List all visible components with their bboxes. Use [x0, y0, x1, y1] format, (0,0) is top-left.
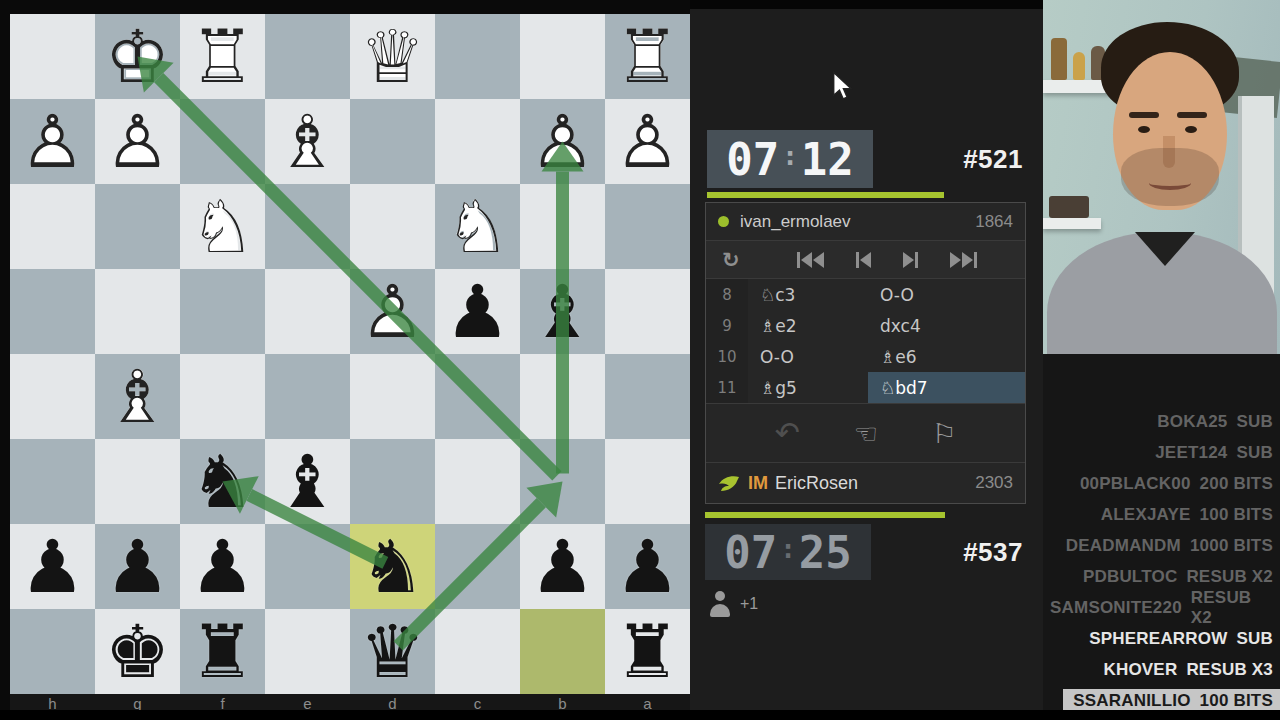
credit-row: DEADMANDM1000 BITS	[1040, 530, 1280, 561]
square-b7[interactable]: ♟	[520, 524, 605, 609]
black-piece-h7[interactable]: ♟	[10, 524, 95, 609]
square-e8[interactable]	[265, 609, 350, 694]
online-indicator-icon	[718, 216, 729, 227]
credit-detail: RESUB X2	[1191, 588, 1273, 628]
square-g5[interactable]: ♝♗	[95, 354, 180, 439]
square-h1[interactable]	[10, 14, 95, 99]
clock-progress-bar-bottom	[705, 512, 945, 518]
credit-row: 00PBLACK00200 BITS	[1040, 468, 1280, 499]
bottom-letterbox	[0, 710, 1280, 720]
square-e6[interactable]: ♝	[265, 439, 350, 524]
player-rating: 2303	[975, 473, 1013, 493]
game-number-bottom: #537	[963, 537, 1023, 568]
sub-bits-credits-list: BOKA25SUBJEET124SUB00PBLACK00200 BITSALE…	[1040, 406, 1280, 716]
credit-detail: RESUB X3	[1186, 660, 1273, 680]
webcam-video	[1043, 0, 1280, 354]
white-piece-f3[interactable]: ♞♘	[180, 184, 265, 269]
white-piece-a2[interactable]: ♟♙	[605, 99, 690, 184]
clock-progress-bar-top	[707, 192, 944, 198]
black-piece-f6[interactable]: ♞	[180, 439, 265, 524]
square-b3[interactable]	[520, 184, 605, 269]
square-h7[interactable]: ♟	[10, 524, 95, 609]
credit-username: KHOVER	[1103, 660, 1177, 680]
credit-detail: 1000 BITS	[1190, 536, 1273, 556]
credit-username: ALEXJAYE	[1101, 505, 1191, 525]
black-piece-d7[interactable]: ♞	[350, 524, 435, 609]
square-b1[interactable]	[520, 14, 605, 99]
square-g7[interactable]: ♟	[95, 524, 180, 609]
black-piece-g7[interactable]: ♟	[95, 524, 180, 609]
square-h8[interactable]	[10, 609, 95, 694]
square-f5[interactable]	[180, 354, 265, 439]
credit-detail: SUB	[1237, 443, 1274, 463]
square-e7[interactable]	[265, 524, 350, 609]
square-c8[interactable]	[435, 609, 520, 694]
square-g3[interactable]	[95, 184, 180, 269]
player-clock: 07:25	[705, 524, 871, 580]
square-a4[interactable]	[605, 269, 690, 354]
white-piece-g5[interactable]: ♝♗	[95, 354, 180, 439]
spectator-count-label: +1	[740, 595, 758, 613]
square-f8[interactable]: ♜	[180, 609, 265, 694]
square-d7[interactable]: ♞	[350, 524, 435, 609]
white-piece-c3[interactable]: ♞♘	[435, 184, 520, 269]
game-number-top: #521	[963, 144, 1023, 175]
square-g6[interactable]	[95, 439, 180, 524]
credit-detail: 100 BITS	[1200, 691, 1273, 711]
trophy	[1073, 52, 1085, 80]
first-move-button[interactable]	[797, 252, 824, 268]
credit-row: ALEXJAYE100 BITS	[1040, 499, 1280, 530]
square-g2[interactable]: ♟♙	[95, 99, 180, 184]
white-piece-b2[interactable]: ♟♙	[520, 99, 605, 184]
square-e4[interactable]	[265, 269, 350, 354]
credit-detail: 200 BITS	[1200, 474, 1273, 494]
square-a2[interactable]: ♟♙	[605, 99, 690, 184]
square-c2[interactable]	[435, 99, 520, 184]
square-e1[interactable]	[265, 14, 350, 99]
black-piece-f8[interactable]: ♜	[180, 609, 265, 694]
patron-wing-icon	[718, 475, 740, 492]
square-c4[interactable]: ♟	[435, 269, 520, 354]
player-name[interactable]: EricRosen	[775, 473, 858, 494]
black-move[interactable]: O-O	[868, 279, 1025, 310]
shelf	[1043, 218, 1101, 229]
square-a3[interactable]	[605, 184, 690, 269]
square-h5[interactable]	[10, 354, 95, 439]
credit-detail: SUB	[1237, 412, 1274, 432]
square-d4[interactable]: ♟♙	[350, 269, 435, 354]
credit-detail: 100 BITS	[1200, 505, 1273, 525]
square-c6[interactable]	[435, 439, 520, 524]
square-h2[interactable]: ♟♙	[10, 99, 95, 184]
black-piece-a7[interactable]: ♟	[605, 524, 690, 609]
opponent-clock: 07:12	[707, 130, 873, 188]
black-piece-f7[interactable]: ♟	[180, 524, 265, 609]
square-c3[interactable]: ♞♘	[435, 184, 520, 269]
square-f7[interactable]: ♟	[180, 524, 265, 609]
white-piece-a1[interactable]: ♜♖	[605, 14, 690, 99]
square-a8[interactable]: ♜	[605, 609, 690, 694]
credit-row: JEET124SUB	[1040, 437, 1280, 468]
prev-move-button[interactable]	[856, 252, 871, 268]
move-row: 11 ♗g5 ♘bd7	[706, 372, 1025, 403]
credit-username: JEET124	[1155, 443, 1227, 463]
move-number: 9	[706, 310, 748, 341]
square-c1[interactable]	[435, 14, 520, 99]
square-g8[interactable]: ♚	[95, 609, 180, 694]
move-number: 8	[706, 279, 748, 310]
black-piece-a8[interactable]: ♜	[605, 609, 690, 694]
takeback-icon[interactable]: ↶	[775, 418, 800, 448]
player-title: IM	[748, 473, 768, 494]
square-f1[interactable]: ♜♖	[180, 14, 265, 99]
square-d5[interactable]	[350, 354, 435, 439]
square-f4[interactable]	[180, 269, 265, 354]
panel-top-strip	[690, 0, 1043, 9]
square-a7[interactable]: ♟	[605, 524, 690, 609]
top-letterbox	[0, 0, 690, 14]
move-row: 10 O-O ♗e6	[706, 341, 1025, 372]
square-e5[interactable]	[265, 354, 350, 439]
game-widget: ivan_ermolaev 1864 ↻ 8 ♘c3 O-O 9 ♗e2 dxc…	[705, 202, 1026, 504]
white-piece-h2[interactable]: ♟♙	[10, 99, 95, 184]
streamer-face	[1113, 52, 1227, 210]
credit-username: 00PBLACK00	[1080, 474, 1191, 494]
trophy	[1051, 38, 1067, 80]
square-d8[interactable]: ♛	[350, 609, 435, 694]
credit-detail: SUB	[1237, 629, 1274, 649]
square-a1[interactable]: ♜♖	[605, 14, 690, 99]
square-h6[interactable]	[10, 439, 95, 524]
move-list: 8 ♘c3 O-O 9 ♗e2 dxc4 10 O-O ♗e6 11 ♗g5 ♘…	[706, 279, 1025, 403]
opponent-rating: 1864	[975, 212, 1013, 232]
white-piece-g2[interactable]: ♟♙	[95, 99, 180, 184]
square-f6[interactable]: ♞	[180, 439, 265, 524]
spectator-count: +1	[709, 591, 758, 617]
square-d1[interactable]: ♛♕	[350, 14, 435, 99]
move-row: 8 ♘c3 O-O	[706, 279, 1025, 310]
square-b5[interactable]	[520, 354, 605, 439]
last-move-button[interactable]	[950, 252, 977, 268]
black-move[interactable]: ♗e6	[868, 341, 1025, 372]
credit-row: BOKA25SUB	[1040, 406, 1280, 437]
shirt-collar	[1135, 232, 1195, 266]
white-move[interactable]: O-O	[748, 341, 868, 372]
square-h3[interactable]	[10, 184, 95, 269]
offer-draw-hand-icon[interactable]: ☜	[854, 420, 878, 447]
credit-username: BOKA25	[1157, 412, 1227, 432]
square-d2[interactable]	[350, 99, 435, 184]
white-move[interactable]: ♘c3	[748, 279, 868, 310]
square-b6[interactable]	[520, 439, 605, 524]
credit-username: SPHEREARROW	[1089, 629, 1227, 649]
move-steppers	[766, 252, 1009, 268]
square-b8[interactable]	[520, 609, 605, 694]
square-e2[interactable]: ♝♗	[265, 99, 350, 184]
white-piece-g1[interactable]: ♚♔	[95, 14, 180, 99]
next-move-button[interactable]	[903, 252, 918, 268]
square-a5[interactable]	[605, 354, 690, 439]
square-f3[interactable]: ♞♘	[180, 184, 265, 269]
black-move[interactable]: dxc4	[868, 310, 1025, 341]
square-a6[interactable]	[605, 439, 690, 524]
white-piece-d1[interactable]: ♛♕	[350, 14, 435, 99]
white-piece-d4[interactable]: ♟♙	[350, 269, 435, 354]
black-piece-d8[interactable]: ♛	[350, 609, 435, 694]
square-f2[interactable]	[180, 99, 265, 184]
player-row: IM EricRosen 2303	[706, 463, 1025, 503]
move-nav-bar: ↻	[706, 241, 1025, 279]
square-d6[interactable]	[350, 439, 435, 524]
current-move[interactable]: ♘bd7	[868, 372, 1025, 403]
black-piece-g8[interactable]: ♚	[95, 609, 180, 694]
black-piece-b7[interactable]: ♟	[520, 524, 605, 609]
resign-flag-icon[interactable]: ⚐	[932, 420, 956, 447]
credit-detail: RESUB X2	[1186, 567, 1273, 587]
opponent-name[interactable]: ivan_ermolaev	[740, 212, 851, 232]
square-b4[interactable]: ♝	[520, 269, 605, 354]
credit-username: SAMSONITE220	[1050, 598, 1182, 618]
square-b2[interactable]: ♟♙	[520, 99, 605, 184]
square-c7[interactable]	[435, 524, 520, 609]
white-move[interactable]: ♗e2	[748, 310, 868, 341]
square-d3[interactable]	[350, 184, 435, 269]
credit-row: SAMSONITE220RESUB X2	[1040, 592, 1280, 623]
square-c5[interactable]	[435, 354, 520, 439]
move-number: 11	[706, 372, 748, 403]
credit-username: SSARANILLIO	[1073, 691, 1190, 711]
credit-row: KHOVERRESUB X3	[1040, 654, 1280, 685]
shelf-item	[1049, 196, 1089, 218]
opponent-row: ivan_ermolaev 1864	[706, 203, 1025, 241]
move-row: 9 ♗e2 dxc4	[706, 310, 1025, 341]
person-icon	[709, 591, 731, 617]
white-move[interactable]: ♗g5	[748, 372, 868, 403]
black-piece-c4[interactable]: ♟	[435, 269, 520, 354]
flip-cycle-icon[interactable]: ↻	[722, 248, 740, 272]
chess-board[interactable]: ♚♔♜♖♛♕♜♖♟♙♟♙♝♗♟♙♟♙♞♘♞♘♟♙♟♝♝♗♞♝♟♟♟♞♟♟♚♜♛♜	[10, 14, 690, 694]
square-e3[interactable]	[265, 184, 350, 269]
square-g4[interactable]	[95, 269, 180, 354]
game-panel: 07:12 #521 ivan_ermolaev 1864 ↻ 8 ♘c3 O-…	[690, 0, 1043, 720]
white-piece-f1[interactable]: ♜♖	[180, 14, 265, 99]
square-h4[interactable]	[10, 269, 95, 354]
left-letterbox	[0, 0, 10, 720]
game-action-bar: ↶ ☜ ⚐	[706, 403, 1025, 463]
move-number: 10	[706, 341, 748, 372]
credit-username: PDBULTOC	[1083, 567, 1177, 587]
credit-username: DEADMANDM	[1066, 536, 1181, 556]
square-g1[interactable]: ♚♔	[95, 14, 180, 99]
black-piece-e6[interactable]: ♝	[265, 439, 350, 524]
white-piece-e2[interactable]: ♝♗	[265, 99, 350, 184]
black-piece-b4[interactable]: ♝	[520, 269, 605, 354]
